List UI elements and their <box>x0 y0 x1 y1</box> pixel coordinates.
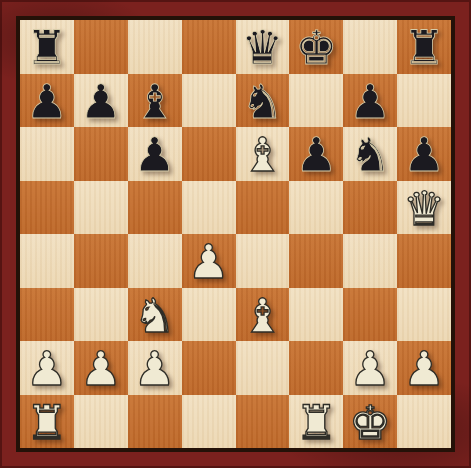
square-f2[interactable] <box>289 341 343 395</box>
white-rook-piece: ♜ <box>295 397 337 446</box>
chess-board-frame: ♜♛♚♜♟♟♝♞♟♟♝♟♞♟♛♟♞♝♟♟♟♟♟♜♜♚ <box>0 0 471 468</box>
white-rook-piece: ♜ <box>26 397 68 446</box>
white-king-piece: ♚ <box>349 397 391 446</box>
square-d3[interactable] <box>182 288 236 342</box>
square-h3[interactable] <box>397 288 451 342</box>
black-bishop-piece: ♝ <box>134 76 176 125</box>
square-d2[interactable] <box>182 341 236 395</box>
square-e7[interactable]: ♞ <box>236 74 290 128</box>
square-b3[interactable] <box>74 288 128 342</box>
square-f5[interactable] <box>289 181 343 235</box>
chess-board-border: ♜♛♚♜♟♟♝♞♟♟♝♟♞♟♛♟♞♝♟♟♟♟♟♜♜♚ <box>16 16 455 452</box>
white-bishop-piece: ♝ <box>241 129 283 178</box>
square-d8[interactable] <box>182 20 236 74</box>
square-c1[interactable] <box>128 395 182 449</box>
black-pawn-piece: ♟ <box>80 76 122 125</box>
square-b8[interactable] <box>74 20 128 74</box>
white-pawn-piece: ♟ <box>187 236 229 285</box>
white-pawn-piece: ♟ <box>349 343 391 392</box>
square-a8[interactable]: ♜ <box>20 20 74 74</box>
square-c2[interactable]: ♟ <box>128 341 182 395</box>
square-a3[interactable] <box>20 288 74 342</box>
square-g5[interactable] <box>343 181 397 235</box>
white-pawn-piece: ♟ <box>134 343 176 392</box>
chess-board: ♜♛♚♜♟♟♝♞♟♟♝♟♞♟♛♟♞♝♟♟♟♟♟♜♜♚ <box>20 20 451 448</box>
square-d7[interactable] <box>182 74 236 128</box>
square-f6[interactable]: ♟ <box>289 127 343 181</box>
white-pawn-piece: ♟ <box>403 343 445 392</box>
square-g2[interactable]: ♟ <box>343 341 397 395</box>
square-g4[interactable] <box>343 234 397 288</box>
square-f8[interactable]: ♚ <box>289 20 343 74</box>
white-pawn-piece: ♟ <box>80 343 122 392</box>
square-g1[interactable]: ♚ <box>343 395 397 449</box>
square-g8[interactable] <box>343 20 397 74</box>
square-e6[interactable]: ♝ <box>236 127 290 181</box>
square-e4[interactable] <box>236 234 290 288</box>
square-g3[interactable] <box>343 288 397 342</box>
square-a6[interactable] <box>20 127 74 181</box>
square-c7[interactable]: ♝ <box>128 74 182 128</box>
square-e5[interactable] <box>236 181 290 235</box>
square-e1[interactable] <box>236 395 290 449</box>
black-rook-piece: ♜ <box>26 22 68 71</box>
white-pawn-piece: ♟ <box>26 343 68 392</box>
square-e8[interactable]: ♛ <box>236 20 290 74</box>
square-g6[interactable]: ♞ <box>343 127 397 181</box>
square-b2[interactable]: ♟ <box>74 341 128 395</box>
square-d6[interactable] <box>182 127 236 181</box>
square-h7[interactable] <box>397 74 451 128</box>
square-h5[interactable]: ♛ <box>397 181 451 235</box>
square-e3[interactable]: ♝ <box>236 288 290 342</box>
black-pawn-piece: ♟ <box>403 129 445 178</box>
black-pawn-piece: ♟ <box>26 76 68 125</box>
black-rook-piece: ♜ <box>403 22 445 71</box>
black-knight-piece: ♞ <box>349 129 391 178</box>
square-f1[interactable]: ♜ <box>289 395 343 449</box>
square-f3[interactable] <box>289 288 343 342</box>
square-h6[interactable]: ♟ <box>397 127 451 181</box>
square-h1[interactable] <box>397 395 451 449</box>
square-d5[interactable] <box>182 181 236 235</box>
square-c5[interactable] <box>128 181 182 235</box>
square-f4[interactable] <box>289 234 343 288</box>
square-a5[interactable] <box>20 181 74 235</box>
white-knight-piece: ♞ <box>134 290 176 339</box>
black-pawn-piece: ♟ <box>349 76 391 125</box>
white-bishop-piece: ♝ <box>241 290 283 339</box>
square-d1[interactable] <box>182 395 236 449</box>
square-g7[interactable]: ♟ <box>343 74 397 128</box>
square-a2[interactable]: ♟ <box>20 341 74 395</box>
square-b5[interactable] <box>74 181 128 235</box>
black-queen-piece: ♛ <box>241 22 283 71</box>
black-pawn-piece: ♟ <box>295 129 337 178</box>
black-king-piece: ♚ <box>295 22 337 71</box>
square-a1[interactable]: ♜ <box>20 395 74 449</box>
square-d4[interactable]: ♟ <box>182 234 236 288</box>
square-c6[interactable]: ♟ <box>128 127 182 181</box>
black-pawn-piece: ♟ <box>134 129 176 178</box>
square-h8[interactable]: ♜ <box>397 20 451 74</box>
square-c3[interactable]: ♞ <box>128 288 182 342</box>
square-h2[interactable]: ♟ <box>397 341 451 395</box>
square-b1[interactable] <box>74 395 128 449</box>
square-f7[interactable] <box>289 74 343 128</box>
square-b4[interactable] <box>74 234 128 288</box>
square-b7[interactable]: ♟ <box>74 74 128 128</box>
square-a4[interactable] <box>20 234 74 288</box>
square-a7[interactable]: ♟ <box>20 74 74 128</box>
square-c4[interactable] <box>128 234 182 288</box>
square-h4[interactable] <box>397 234 451 288</box>
square-b6[interactable] <box>74 127 128 181</box>
white-queen-piece: ♛ <box>403 183 445 232</box>
square-c8[interactable] <box>128 20 182 74</box>
black-knight-piece: ♞ <box>241 76 283 125</box>
square-e2[interactable] <box>236 341 290 395</box>
